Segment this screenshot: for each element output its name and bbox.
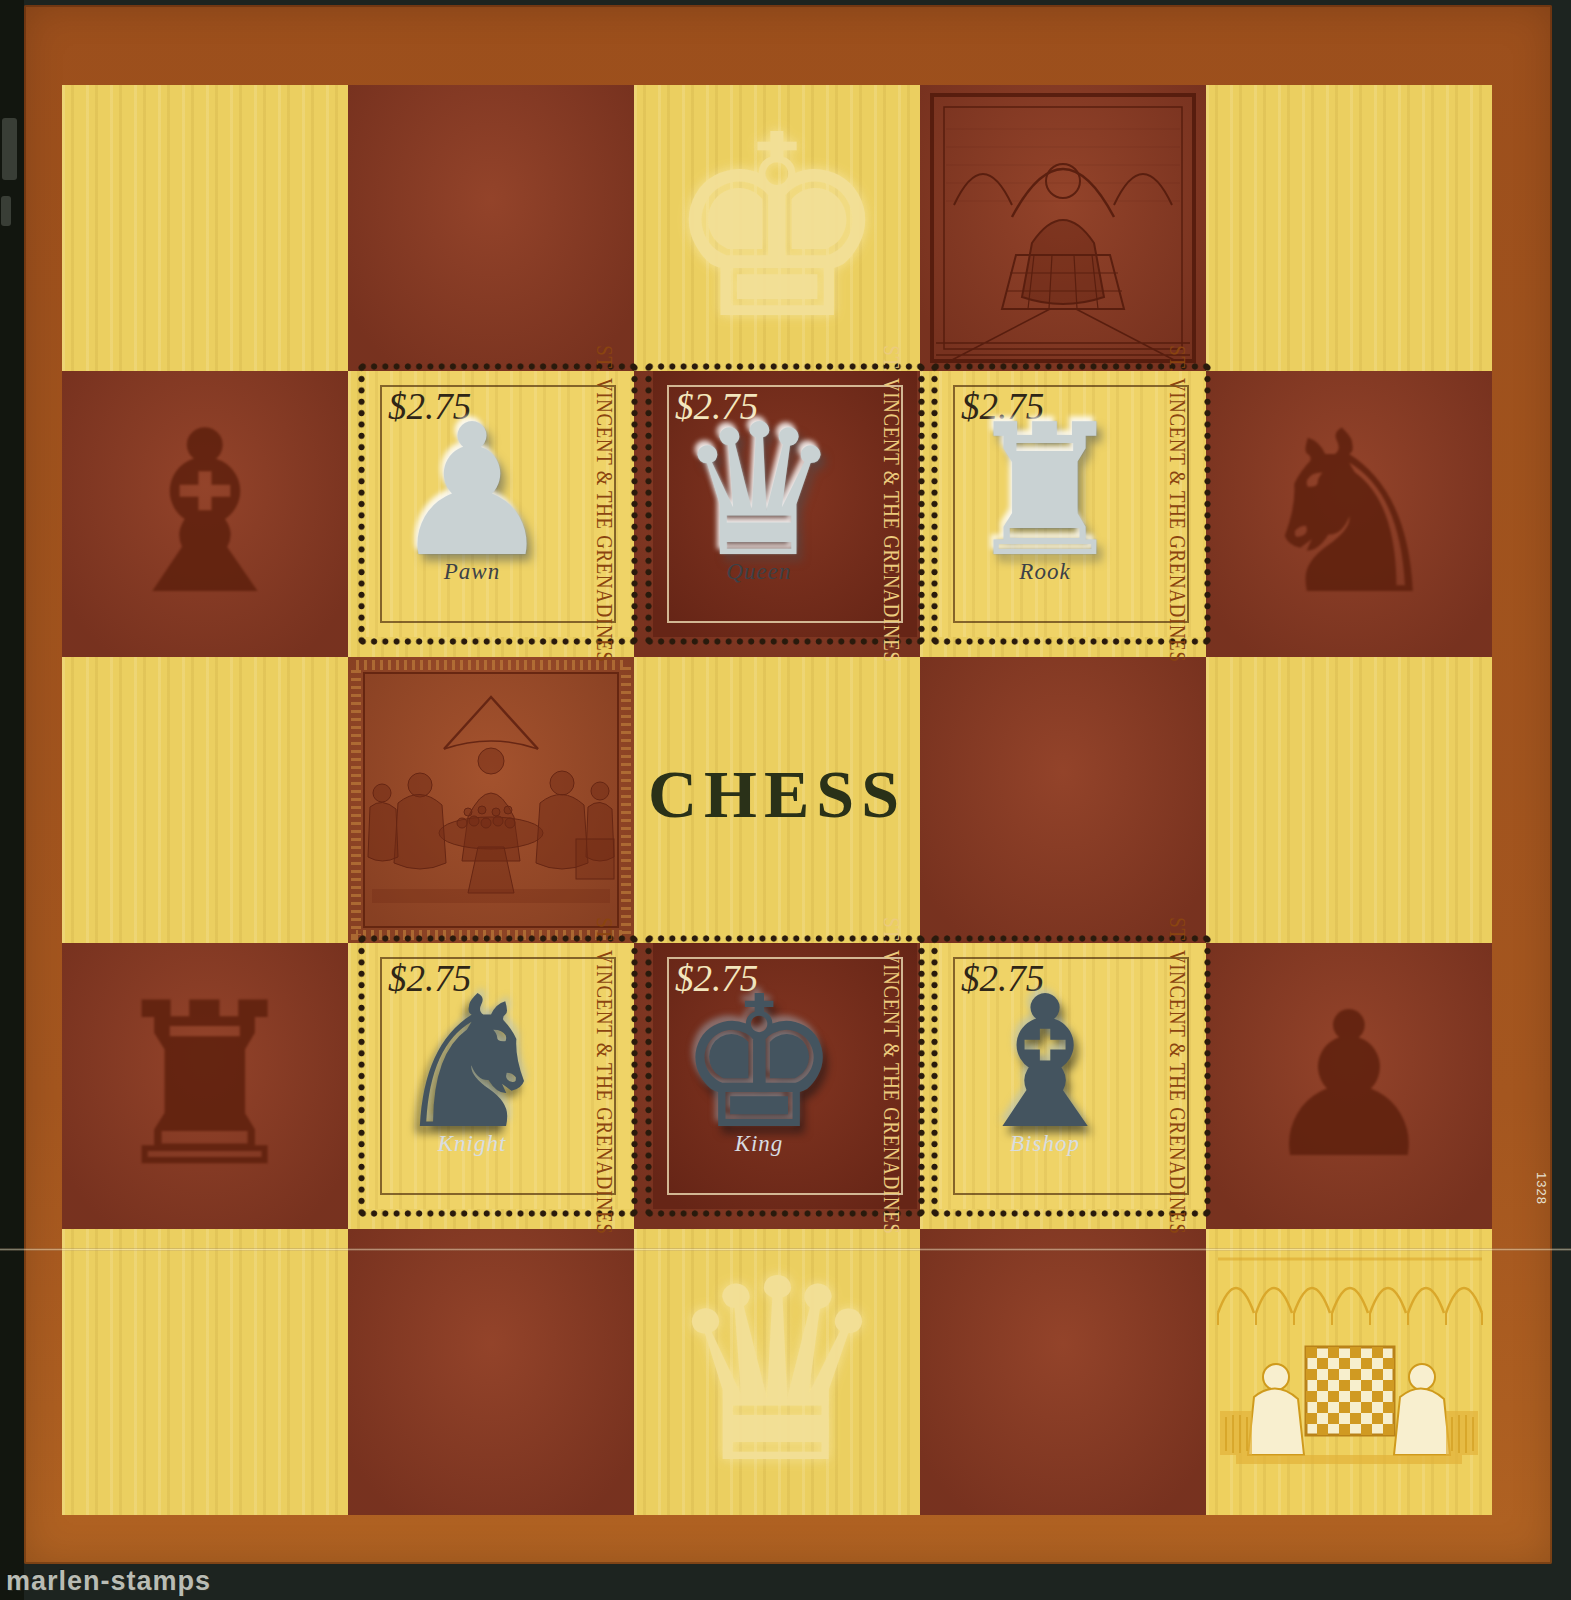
board-square-r2c1: ♝ xyxy=(62,371,348,657)
scan-smudge xyxy=(2,118,17,180)
king-piece-icon: ♚ xyxy=(653,971,865,1155)
scan-edge-strip xyxy=(0,0,24,1600)
ghost-white-king-icon: ♚ xyxy=(664,102,890,354)
queen-piece-icon: ♛ xyxy=(653,399,865,583)
miniature-chess-table-engraving xyxy=(348,657,634,943)
perforation-edge xyxy=(357,934,366,1218)
ghost-white-queen-icon: ♛ xyxy=(664,1246,890,1498)
sheet-fold-line xyxy=(0,1248,1571,1251)
stamp-knight: $2.75 ST. VINCENT & THE GRENADINES ♞ Kni… xyxy=(357,934,639,1218)
country-name: ST. VINCENT & THE GRENADINES xyxy=(591,345,618,662)
piece-name: Queen xyxy=(653,559,865,585)
country-name: ST. VINCENT & THE GRENADINES xyxy=(878,917,905,1234)
bishop-piece-icon: ♝ xyxy=(939,971,1151,1155)
stamp-rook: $2.75 ST. VINCENT & THE GRENADINES ♜ Roo… xyxy=(930,362,1212,646)
ghost-black-pawn-icon: ♟ xyxy=(1259,986,1438,1186)
country-name: ST. VINCENT & THE GRENADINES xyxy=(1164,917,1191,1234)
perforation-edge xyxy=(930,362,939,646)
board-square-r3c1 xyxy=(62,657,348,943)
board-square-r1c2 xyxy=(348,85,634,371)
board-square-r4c5: ♟ xyxy=(1206,943,1492,1229)
stamp-king: $2.75 ST. VINCENT & THE GRENADINES ♚ Kin… xyxy=(644,934,926,1218)
board-square-r2c5: ♞ xyxy=(1206,371,1492,657)
board-square-r1c4 xyxy=(920,85,1206,371)
stamp-face: $2.75 ST. VINCENT & THE GRENADINES ♛ Que… xyxy=(653,371,917,637)
pawn-piece-icon: ♟ xyxy=(366,399,578,583)
stamp-face: $2.75 ST. VINCENT & THE GRENADINES ♝ Bis… xyxy=(939,943,1203,1209)
piece-name: Pawn xyxy=(366,559,578,585)
seller-watermark: marlen-stamps xyxy=(6,1566,211,1597)
golden-two-players-engraving xyxy=(1206,1229,1492,1515)
stamp-pawn: $2.75 ST. VINCENT & THE GRENADINES ♟ Paw… xyxy=(357,362,639,646)
perforation-edge xyxy=(644,934,653,1218)
upright-chessboard xyxy=(1306,1347,1394,1435)
board-square-r5c1 xyxy=(62,1229,348,1515)
board-square-r3c4 xyxy=(920,657,1206,943)
scan-smudge xyxy=(1,196,11,226)
perforation-edge xyxy=(630,934,639,1218)
sheet-number: 1328 xyxy=(1534,1172,1549,1205)
piece-name: Bishop xyxy=(939,1131,1151,1157)
woodcut-seated-figure-engraving xyxy=(920,85,1206,371)
stamp-bishop: $2.75 ST. VINCENT & THE GRENADINES ♝ Bis… xyxy=(930,934,1212,1218)
perforation-edge xyxy=(644,362,653,646)
ghost-black-rook-icon: ♜ xyxy=(105,974,306,1198)
board-square-r3c3: CHESS xyxy=(634,657,920,943)
perforation-edge xyxy=(1203,934,1212,1218)
stamp-face: $2.75 ST. VINCENT & THE GRENADINES ♟ Paw… xyxy=(366,371,630,637)
board-square-r1c1 xyxy=(62,85,348,371)
rook-piece-icon: ♜ xyxy=(939,399,1151,583)
country-name: ST. VINCENT & THE GRENADINES xyxy=(878,345,905,662)
stamp-face: $2.75 ST. VINCENT & THE GRENADINES ♜ Roo… xyxy=(939,371,1203,637)
board-square-r5c2 xyxy=(348,1229,634,1515)
country-name: ST. VINCENT & THE GRENADINES xyxy=(1164,345,1191,662)
board-square-r5c3: ♛ xyxy=(634,1229,920,1515)
perforation-edge xyxy=(917,934,926,1218)
board-square-r5c5 xyxy=(1206,1229,1492,1515)
perforation-edge xyxy=(1203,362,1212,646)
board-square-r1c5 xyxy=(1206,85,1492,371)
board-square-r5c4 xyxy=(920,1229,1206,1515)
board-square-r4c1: ♜ xyxy=(62,943,348,1229)
perforation-edge xyxy=(357,362,366,646)
ghost-black-bishop-icon: ♝ xyxy=(105,402,306,626)
board-square-r3c5 xyxy=(1206,657,1492,943)
perforation-edge xyxy=(917,362,926,646)
ghost-black-knight-icon: ♞ xyxy=(1249,402,1450,626)
stamp-face: $2.75 ST. VINCENT & THE GRENADINES ♚ Kin… xyxy=(653,943,917,1209)
board-square-r1c3: ♚ xyxy=(634,85,920,371)
sheet-title: CHESS xyxy=(648,755,906,834)
board-square-r3c2 xyxy=(348,657,634,943)
stamp-queen: $2.75 ST. VINCENT & THE GRENADINES ♛ Que… xyxy=(644,362,926,646)
piece-name: King xyxy=(653,1131,865,1157)
piece-name: Knight xyxy=(366,1131,578,1157)
perforation-edge xyxy=(930,934,939,1218)
knight-piece-icon: ♞ xyxy=(366,971,578,1155)
country-name: ST. VINCENT & THE GRENADINES xyxy=(591,917,618,1234)
chessboard-grid: ♚ ♝ ♞ xyxy=(62,85,1492,1515)
piece-name: Rook xyxy=(939,559,1151,585)
stamp-face: $2.75 ST. VINCENT & THE GRENADINES ♞ Kni… xyxy=(366,943,630,1209)
perforation-edge xyxy=(630,362,639,646)
